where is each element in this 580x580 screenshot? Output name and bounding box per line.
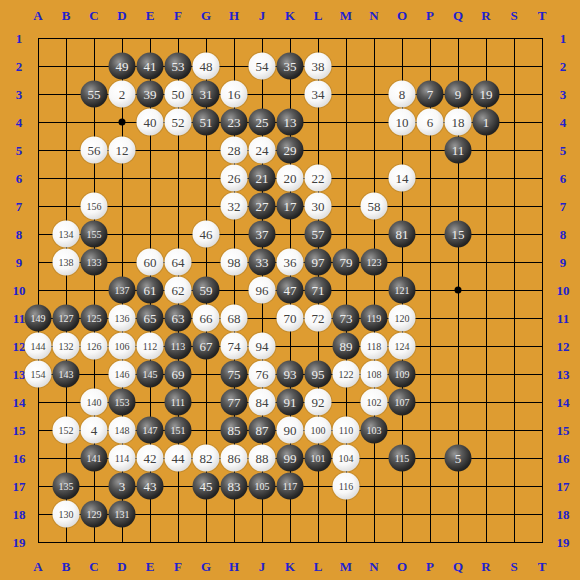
stone-black-63-F11: 63 xyxy=(165,305,192,332)
stone-move-number: 36 xyxy=(284,256,297,269)
stone-black-123-N9: 123 xyxy=(361,249,388,276)
stone-move-number: 44 xyxy=(172,452,185,465)
coord-label-right-7: 7 xyxy=(560,200,567,213)
stone-white-24-J5: 24 xyxy=(249,137,276,164)
stone-white-136-D11: 136 xyxy=(109,305,136,332)
stone-black-109-O13: 109 xyxy=(389,361,416,388)
stone-white-130-B18: 130 xyxy=(53,501,80,528)
stone-move-number: 53 xyxy=(172,60,185,73)
stone-move-number: 24 xyxy=(256,144,269,157)
grid-cell xyxy=(514,206,542,234)
stone-black-13-K4: 13 xyxy=(277,109,304,136)
stone-white-146-D13: 146 xyxy=(109,361,136,388)
stone-white-46-G8: 46 xyxy=(193,221,220,248)
stone-black-85-H15: 85 xyxy=(221,417,248,444)
coord-label-right-6: 6 xyxy=(560,172,567,185)
stone-move-number: 107 xyxy=(395,397,410,407)
grid-cell xyxy=(430,38,458,66)
grid-cell xyxy=(486,38,514,66)
grid-cell xyxy=(458,514,486,542)
grid-cell xyxy=(486,346,514,374)
grid-cell xyxy=(430,318,458,346)
grid-cell xyxy=(514,66,542,94)
stone-black-23-H4: 23 xyxy=(221,109,248,136)
grid-cell xyxy=(430,290,458,318)
stone-black-103-N15: 103 xyxy=(361,417,388,444)
stone-move-number: 138 xyxy=(59,257,74,267)
stone-black-117-K17: 117 xyxy=(277,473,304,500)
coord-label-top-T: T xyxy=(538,9,547,22)
grid-cell xyxy=(262,514,290,542)
stone-white-94-J12: 94 xyxy=(249,333,276,360)
stone-move-number: 101 xyxy=(311,453,326,463)
coord-label-left-8: 8 xyxy=(16,228,23,241)
stone-black-147-E15: 147 xyxy=(137,417,164,444)
stone-white-32-H7: 32 xyxy=(221,193,248,220)
stone-black-91-K14: 91 xyxy=(277,389,304,416)
stone-move-number: 121 xyxy=(395,285,410,295)
stone-move-number: 58 xyxy=(368,200,381,213)
stone-white-8-O3: 8 xyxy=(389,81,416,108)
grid-cell xyxy=(486,150,514,178)
stone-move-number: 60 xyxy=(144,256,157,269)
coord-label-top-P: P xyxy=(426,9,434,22)
grid-cell xyxy=(486,514,514,542)
coord-label-bottom-Q: Q xyxy=(453,560,463,573)
stone-white-76-J13: 76 xyxy=(249,361,276,388)
stone-move-number: 76 xyxy=(256,368,269,381)
stone-white-90-K15: 90 xyxy=(277,417,304,444)
stone-black-155-C8: 155 xyxy=(81,221,108,248)
grid-cell xyxy=(458,178,486,206)
stone-black-133-C9: 133 xyxy=(81,249,108,276)
stone-move-number: 48 xyxy=(200,60,213,73)
coord-label-left-9: 9 xyxy=(16,256,23,269)
stone-move-number: 8 xyxy=(399,88,406,101)
stone-move-number: 95 xyxy=(312,368,325,381)
grid-cell xyxy=(514,290,542,318)
coord-label-top-R: R xyxy=(481,9,490,22)
stone-move-number: 23 xyxy=(228,116,241,129)
stone-move-number: 65 xyxy=(144,312,157,325)
grid-cell xyxy=(430,514,458,542)
stone-black-111-F14: 111 xyxy=(165,389,192,416)
stone-move-number: 19 xyxy=(480,88,493,101)
stone-black-57-L8: 57 xyxy=(305,221,332,248)
stone-black-33-J9: 33 xyxy=(249,249,276,276)
grid-cell xyxy=(318,514,346,542)
stone-move-number: 151 xyxy=(171,425,186,435)
stone-black-81-O8: 81 xyxy=(389,221,416,248)
stone-move-number: 70 xyxy=(284,312,297,325)
stone-move-number: 66 xyxy=(200,312,213,325)
stone-move-number: 86 xyxy=(228,452,241,465)
stone-move-number: 145 xyxy=(143,369,158,379)
grid-cell xyxy=(486,486,514,514)
stone-white-66-G11: 66 xyxy=(193,305,220,332)
grid-cell xyxy=(66,38,94,66)
stone-black-43-E17: 43 xyxy=(137,473,164,500)
stone-black-151-F15: 151 xyxy=(165,417,192,444)
coord-label-left-4: 4 xyxy=(16,116,23,129)
stone-white-38-L2: 38 xyxy=(305,53,332,80)
stone-move-number: 40 xyxy=(144,116,157,129)
stone-black-137-D10: 137 xyxy=(109,277,136,304)
coord-label-top-B: B xyxy=(62,9,71,22)
grid-cell xyxy=(346,94,374,122)
stone-black-125-C11: 125 xyxy=(81,305,108,332)
grid-cell xyxy=(458,318,486,346)
stone-black-135-B17: 135 xyxy=(53,473,80,500)
grid-cell xyxy=(206,514,234,542)
coord-label-bottom-B: B xyxy=(62,560,71,573)
grid-cell xyxy=(486,206,514,234)
stone-move-number: 71 xyxy=(312,284,325,297)
stone-move-number: 136 xyxy=(115,313,130,323)
star-point-D4 xyxy=(119,119,126,126)
stone-move-number: 93 xyxy=(284,368,297,381)
grid-cell xyxy=(458,262,486,290)
stone-move-number: 112 xyxy=(143,341,158,351)
coord-label-right-9: 9 xyxy=(560,256,567,269)
grid-cell xyxy=(38,38,66,66)
stone-white-14-O6: 14 xyxy=(389,165,416,192)
stone-white-74-H12: 74 xyxy=(221,333,248,360)
stone-white-12-D5: 12 xyxy=(109,137,136,164)
coord-label-top-K: K xyxy=(285,9,295,22)
stone-move-number: 100 xyxy=(311,425,326,435)
stone-move-number: 82 xyxy=(200,452,213,465)
stone-white-154-A13: 154 xyxy=(25,361,52,388)
stone-black-105-J17: 105 xyxy=(249,473,276,500)
stone-move-number: 92 xyxy=(312,396,325,409)
coord-label-right-12: 12 xyxy=(557,340,570,353)
stone-white-6-P4: 6 xyxy=(417,109,444,136)
stone-white-112-E12: 112 xyxy=(137,333,164,360)
stone-move-number: 2 xyxy=(119,88,126,101)
stone-white-88-J16: 88 xyxy=(249,445,276,472)
stone-move-number: 120 xyxy=(395,313,410,323)
stone-black-37-J8: 37 xyxy=(249,221,276,248)
grid-cell xyxy=(486,178,514,206)
grid-cell xyxy=(458,38,486,66)
stone-white-116-M17: 116 xyxy=(333,473,360,500)
stone-white-84-J14: 84 xyxy=(249,389,276,416)
stone-white-148-D15: 148 xyxy=(109,417,136,444)
stone-black-25-J4: 25 xyxy=(249,109,276,136)
grid-cell xyxy=(514,346,542,374)
stone-move-number: 106 xyxy=(115,341,130,351)
grid-cell xyxy=(346,514,374,542)
stone-move-number: 12 xyxy=(116,144,129,157)
coord-label-top-A: A xyxy=(33,9,42,22)
stone-white-110-M15: 110 xyxy=(333,417,360,444)
stone-move-number: 28 xyxy=(228,144,241,157)
coord-label-bottom-S: S xyxy=(510,560,517,573)
grid-cell xyxy=(346,150,374,178)
stone-move-number: 49 xyxy=(116,60,129,73)
stone-move-number: 87 xyxy=(256,424,269,437)
stone-move-number: 46 xyxy=(200,228,213,241)
stone-black-115-O16: 115 xyxy=(389,445,416,472)
coord-label-right-15: 15 xyxy=(557,424,570,437)
stone-move-number: 73 xyxy=(340,312,353,325)
stone-white-26-H6: 26 xyxy=(221,165,248,192)
grid-cell xyxy=(458,346,486,374)
coord-label-right-17: 17 xyxy=(557,480,570,493)
stone-move-number: 153 xyxy=(115,397,130,407)
stone-move-number: 29 xyxy=(284,144,297,157)
grid-cell xyxy=(458,374,486,402)
stone-move-number: 72 xyxy=(312,312,325,325)
grid-cell xyxy=(514,458,542,486)
stone-white-122-M13: 122 xyxy=(333,361,360,388)
grid-cell xyxy=(486,318,514,346)
stone-white-52-F4: 52 xyxy=(165,109,192,136)
stone-move-number: 4 xyxy=(91,424,98,437)
coord-label-right-4: 4 xyxy=(560,116,567,129)
stone-black-9-Q3: 9 xyxy=(445,81,472,108)
stone-black-95-L13: 95 xyxy=(305,361,332,388)
grid-cell xyxy=(486,458,514,486)
stone-white-96-J10: 96 xyxy=(249,277,276,304)
coord-label-right-11: 11 xyxy=(557,312,569,325)
stone-move-number: 98 xyxy=(228,256,241,269)
stone-white-124-O12: 124 xyxy=(389,333,416,360)
grid-cell xyxy=(346,38,374,66)
stone-black-7-P3: 7 xyxy=(417,81,444,108)
coord-label-top-J: J xyxy=(259,9,266,22)
coord-label-top-Q: Q xyxy=(453,9,463,22)
grid-cell xyxy=(514,318,542,346)
stone-move-number: 83 xyxy=(228,480,241,493)
coord-label-left-7: 7 xyxy=(16,200,23,213)
stone-move-number: 3 xyxy=(119,480,126,493)
stone-white-4-C15: 4 xyxy=(81,417,108,444)
stone-white-82-G16: 82 xyxy=(193,445,220,472)
stone-white-20-K6: 20 xyxy=(277,165,304,192)
stone-white-70-K11: 70 xyxy=(277,305,304,332)
grid-cell xyxy=(150,150,178,178)
stone-move-number: 37 xyxy=(256,228,269,241)
grid-cell xyxy=(150,206,178,234)
stone-black-69-F13: 69 xyxy=(165,361,192,388)
stone-move-number: 123 xyxy=(367,257,382,267)
stone-white-44-F16: 44 xyxy=(165,445,192,472)
coord-label-bottom-L: L xyxy=(314,560,323,573)
coord-label-top-D: D xyxy=(117,9,126,22)
stone-move-number: 113 xyxy=(171,341,186,351)
star-point-Q10 xyxy=(455,287,462,294)
stone-move-number: 6 xyxy=(427,116,434,129)
stone-move-number: 54 xyxy=(256,60,269,73)
grid-cell xyxy=(346,122,374,150)
coord-label-bottom-C: C xyxy=(89,560,98,573)
stone-move-number: 144 xyxy=(31,341,46,351)
stone-move-number: 5 xyxy=(455,452,462,465)
grid-cell xyxy=(514,234,542,262)
stone-move-number: 131 xyxy=(115,509,130,519)
coord-label-right-8: 8 xyxy=(560,228,567,241)
stone-move-number: 31 xyxy=(200,88,213,101)
stone-move-number: 103 xyxy=(367,425,382,435)
stone-black-5-Q16: 5 xyxy=(445,445,472,472)
stone-move-number: 13 xyxy=(284,116,297,129)
stone-white-108-N13: 108 xyxy=(361,361,388,388)
stone-white-18-Q4: 18 xyxy=(445,109,472,136)
stone-move-number: 90 xyxy=(284,424,297,437)
stone-move-number: 27 xyxy=(256,200,269,213)
stone-black-29-K5: 29 xyxy=(277,137,304,164)
stone-black-121-O10: 121 xyxy=(389,277,416,304)
stone-move-number: 99 xyxy=(284,452,297,465)
stone-move-number: 141 xyxy=(87,453,102,463)
grid-cell xyxy=(150,514,178,542)
coord-label-top-C: C xyxy=(89,9,98,22)
coord-label-left-11: 11 xyxy=(13,312,25,325)
stone-white-56-C5: 56 xyxy=(81,137,108,164)
stone-move-number: 56 xyxy=(88,144,101,157)
stone-move-number: 130 xyxy=(59,509,74,519)
grid-cell xyxy=(178,178,206,206)
grid-cell xyxy=(430,262,458,290)
stone-move-number: 154 xyxy=(31,369,46,379)
stone-white-42-E16: 42 xyxy=(137,445,164,472)
stone-move-number: 43 xyxy=(144,480,157,493)
stone-white-102-N14: 102 xyxy=(361,389,388,416)
grid-cell xyxy=(458,402,486,430)
grid-cell xyxy=(486,290,514,318)
stone-black-67-G12: 67 xyxy=(193,333,220,360)
stone-move-number: 32 xyxy=(228,200,241,213)
stone-black-35-K2: 35 xyxy=(277,53,304,80)
stone-move-number: 1 xyxy=(483,116,490,129)
stone-white-50-F3: 50 xyxy=(165,81,192,108)
grid-cell xyxy=(402,38,430,66)
grid-cell xyxy=(430,486,458,514)
coord-label-left-3: 3 xyxy=(16,88,23,101)
coord-label-right-13: 13 xyxy=(557,368,570,381)
stone-black-153-D14: 153 xyxy=(109,389,136,416)
stone-black-59-G10: 59 xyxy=(193,277,220,304)
grid-cell xyxy=(38,150,66,178)
grid-cell xyxy=(38,178,66,206)
stone-move-number: 109 xyxy=(395,369,410,379)
stone-white-138-B9: 138 xyxy=(53,249,80,276)
stone-black-65-E11: 65 xyxy=(137,305,164,332)
stone-move-number: 119 xyxy=(367,313,382,323)
stone-move-number: 69 xyxy=(172,368,185,381)
stone-black-93-K13: 93 xyxy=(277,361,304,388)
stone-move-number: 61 xyxy=(144,284,157,297)
stone-move-number: 41 xyxy=(144,60,157,73)
coord-label-bottom-O: O xyxy=(397,560,407,573)
stone-move-number: 124 xyxy=(395,341,410,351)
stone-black-17-K7: 17 xyxy=(277,193,304,220)
stone-move-number: 111 xyxy=(171,397,185,407)
coord-label-left-18: 18 xyxy=(13,508,26,521)
coord-label-bottom-J: J xyxy=(259,560,266,573)
stone-move-number: 38 xyxy=(312,60,325,73)
stone-move-number: 149 xyxy=(31,313,46,323)
stone-white-72-L11: 72 xyxy=(305,305,332,332)
coord-label-top-F: F xyxy=(174,9,182,22)
stone-move-number: 17 xyxy=(284,200,297,213)
stone-white-86-H16: 86 xyxy=(221,445,248,472)
grid-cell xyxy=(38,66,66,94)
stone-white-114-D16: 114 xyxy=(109,445,136,472)
grid-cell xyxy=(234,514,262,542)
stone-move-number: 110 xyxy=(339,425,354,435)
stone-move-number: 9 xyxy=(455,88,462,101)
coord-label-bottom-H: H xyxy=(229,560,239,573)
stone-black-73-M11: 73 xyxy=(333,305,360,332)
stone-move-number: 114 xyxy=(115,453,130,463)
stone-white-40-E4: 40 xyxy=(137,109,164,136)
go-board-diagram: AABBCCDDEEFFGGHHJJKKLLMMNNOOPPQQRRSSTT11… xyxy=(0,0,580,580)
stone-move-number: 7 xyxy=(427,88,434,101)
coord-label-left-16: 16 xyxy=(13,452,26,465)
stone-move-number: 20 xyxy=(284,172,297,185)
coord-label-left-1: 1 xyxy=(16,32,23,45)
stone-black-83-H17: 83 xyxy=(221,473,248,500)
coord-label-right-19: 19 xyxy=(557,536,570,549)
stone-move-number: 18 xyxy=(452,116,465,129)
stone-black-27-J7: 27 xyxy=(249,193,276,220)
coord-label-top-M: M xyxy=(340,9,352,22)
stone-black-47-K10: 47 xyxy=(277,277,304,304)
stone-black-75-H13: 75 xyxy=(221,361,248,388)
stone-move-number: 91 xyxy=(284,396,297,409)
coord-label-right-18: 18 xyxy=(557,508,570,521)
stone-move-number: 45 xyxy=(200,480,213,493)
stone-move-number: 117 xyxy=(283,481,298,491)
grid-cell xyxy=(486,430,514,458)
grid-cell xyxy=(514,402,542,430)
stone-move-number: 115 xyxy=(395,453,410,463)
stone-black-11-Q5: 11 xyxy=(445,137,472,164)
grid-cell xyxy=(514,486,542,514)
stone-move-number: 47 xyxy=(284,284,297,297)
coord-label-bottom-R: R xyxy=(481,560,490,573)
coord-label-top-N: N xyxy=(369,9,378,22)
coord-label-left-15: 15 xyxy=(13,424,26,437)
grid-cell xyxy=(290,514,318,542)
grid-cell xyxy=(514,262,542,290)
stone-move-number: 52 xyxy=(172,116,185,129)
stone-black-107-O14: 107 xyxy=(389,389,416,416)
coord-label-right-1: 1 xyxy=(560,32,567,45)
coord-label-bottom-G: G xyxy=(201,560,211,573)
stone-black-3-D17: 3 xyxy=(109,473,136,500)
coord-label-bottom-N: N xyxy=(369,560,378,573)
stone-black-45-G17: 45 xyxy=(193,473,220,500)
coord-label-bottom-T: T xyxy=(538,560,547,573)
stone-black-97-L9: 97 xyxy=(305,249,332,276)
stone-black-55-C3: 55 xyxy=(81,81,108,108)
stone-white-2-D3: 2 xyxy=(109,81,136,108)
grid-cell xyxy=(514,374,542,402)
stone-move-number: 64 xyxy=(172,256,185,269)
stone-white-118-N12: 118 xyxy=(361,333,388,360)
stone-move-number: 51 xyxy=(200,116,213,129)
stone-black-145-E13: 145 xyxy=(137,361,164,388)
stone-black-113-F12: 113 xyxy=(165,333,192,360)
stone-move-number: 126 xyxy=(87,341,102,351)
stone-white-22-L6: 22 xyxy=(305,165,332,192)
stone-move-number: 122 xyxy=(339,369,354,379)
stone-white-16-H3: 16 xyxy=(221,81,248,108)
